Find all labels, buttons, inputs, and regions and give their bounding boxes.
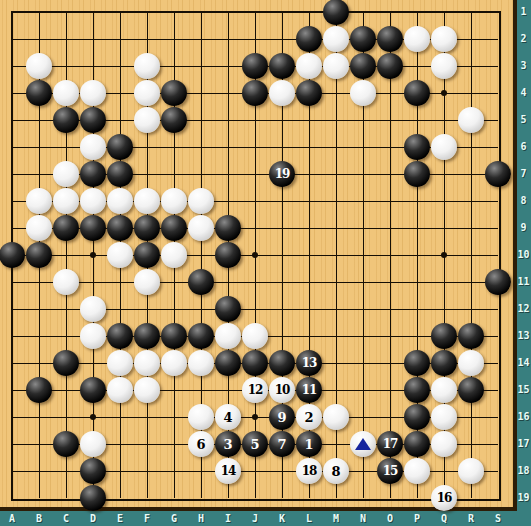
black-stone-D15[interactable] — [80, 377, 106, 403]
column-label-F: F — [139, 513, 155, 524]
black-stone-D9[interactable] — [80, 215, 106, 241]
white-stone-J15[interactable]: 12 — [242, 377, 268, 403]
white-stone-J13[interactable] — [242, 323, 268, 349]
black-stone-O2[interactable] — [377, 26, 403, 52]
hoshi-point — [441, 252, 447, 258]
white-stone-B8[interactable] — [26, 188, 52, 214]
white-stone-Q6[interactable] — [431, 134, 457, 160]
column-label-P: P — [409, 513, 425, 524]
white-stone-D8[interactable] — [80, 188, 106, 214]
black-stone-E13[interactable] — [107, 323, 133, 349]
column-label-C: C — [58, 513, 74, 524]
white-stone-H9[interactable] — [188, 215, 214, 241]
row-label-11: 11 — [516, 276, 531, 287]
move-number-label: 9 — [277, 411, 286, 424]
black-stone-K7[interactable]: 19 — [269, 161, 295, 187]
black-stone-S11[interactable] — [485, 269, 511, 295]
move-number-label: 5 — [250, 438, 259, 451]
move-number-label: 15 — [383, 465, 398, 477]
black-stone-M1[interactable] — [323, 0, 349, 25]
row-label-15: 15 — [516, 384, 531, 395]
white-stone-Q3[interactable] — [431, 53, 457, 79]
white-stone-M3[interactable] — [323, 53, 349, 79]
row-label-12: 12 — [516, 303, 531, 314]
move-number-label: 12 — [248, 384, 263, 396]
move-number-label: 10 — [275, 384, 290, 396]
white-stone-F15[interactable] — [134, 377, 160, 403]
row-label-7: 7 — [516, 168, 531, 179]
white-stone-C8[interactable] — [53, 188, 79, 214]
black-stone-K17[interactable]: 7 — [269, 431, 295, 457]
black-stone-F9[interactable] — [134, 215, 160, 241]
white-stone-H14[interactable] — [188, 350, 214, 376]
white-stone-Q2[interactable] — [431, 26, 457, 52]
black-stone-J4[interactable] — [242, 80, 268, 106]
column-label-I: I — [220, 513, 236, 524]
black-stone-N2[interactable] — [350, 26, 376, 52]
white-stone-E8[interactable] — [107, 188, 133, 214]
move-number-label: 1 — [304, 438, 313, 451]
white-stone-Q16[interactable] — [431, 404, 457, 430]
black-stone-H11[interactable] — [188, 269, 214, 295]
white-stone-N4[interactable] — [350, 80, 376, 106]
row-label-1: 1 — [516, 6, 531, 17]
white-stone-F11[interactable] — [134, 269, 160, 295]
move-number-label: 11 — [302, 384, 317, 396]
row-label-5: 5 — [516, 114, 531, 125]
black-stone-O17[interactable]: 17 — [377, 431, 403, 457]
black-stone-G9[interactable] — [161, 215, 187, 241]
column-label-H: H — [193, 513, 209, 524]
white-stone-N17[interactable] — [350, 431, 376, 457]
move-number-label: 7 — [277, 438, 286, 451]
move-number-label: 14 — [221, 465, 236, 477]
column-label-E: E — [112, 513, 128, 524]
black-stone-L14[interactable]: 13 — [296, 350, 322, 376]
white-stone-E15[interactable] — [107, 377, 133, 403]
row-label-14: 14 — [516, 357, 531, 368]
column-label-A: A — [4, 513, 20, 524]
white-stone-D6[interactable] — [80, 134, 106, 160]
black-stone-E9[interactable] — [107, 215, 133, 241]
white-stone-H8[interactable] — [188, 188, 214, 214]
black-stone-I17[interactable]: 3 — [215, 431, 241, 457]
white-stone-C11[interactable] — [53, 269, 79, 295]
row-label-19: 19 — [516, 492, 531, 503]
black-stone-B10[interactable] — [26, 242, 52, 268]
move-number-label: 6 — [196, 438, 205, 451]
row-label-4: 4 — [516, 87, 531, 98]
white-stone-F3[interactable] — [134, 53, 160, 79]
black-stone-P6[interactable] — [404, 134, 430, 160]
white-stone-M2[interactable] — [323, 26, 349, 52]
grid-line-horizontal — [12, 282, 498, 283]
move-number-label: 2 — [304, 411, 313, 424]
black-stone-L2[interactable] — [296, 26, 322, 52]
black-stone-J17[interactable]: 5 — [242, 431, 268, 457]
black-stone-P14[interactable] — [404, 350, 430, 376]
black-stone-J14[interactable] — [242, 350, 268, 376]
white-stone-G14[interactable] — [161, 350, 187, 376]
black-stone-H13[interactable] — [188, 323, 214, 349]
black-stone-P7[interactable] — [404, 161, 430, 187]
black-stone-C9[interactable] — [53, 215, 79, 241]
black-stone-I10[interactable] — [215, 242, 241, 268]
white-stone-F5[interactable] — [134, 107, 160, 133]
black-stone-Q14[interactable] — [431, 350, 457, 376]
black-stone-K3[interactable] — [269, 53, 295, 79]
white-stone-Q17[interactable] — [431, 431, 457, 457]
black-stone-L15[interactable]: 11 — [296, 377, 322, 403]
row-label-18: 18 — [516, 465, 531, 476]
white-stone-L3[interactable] — [296, 53, 322, 79]
go-board[interactable]: 19131210114926357117141881516 — [0, 0, 517, 511]
move-number-label: 13 — [302, 357, 317, 369]
black-stone-F13[interactable] — [134, 323, 160, 349]
black-stone-R15[interactable] — [458, 377, 484, 403]
white-stone-F8[interactable] — [134, 188, 160, 214]
black-stone-G5[interactable] — [161, 107, 187, 133]
black-stone-I9[interactable] — [215, 215, 241, 241]
row-label-10: 10 — [516, 249, 531, 260]
white-stone-B3[interactable] — [26, 53, 52, 79]
row-label-17: 17 — [516, 438, 531, 449]
black-stone-L17[interactable]: 1 — [296, 431, 322, 457]
white-stone-I18[interactable]: 14 — [215, 458, 241, 484]
white-stone-E14[interactable] — [107, 350, 133, 376]
white-stone-H17[interactable]: 6 — [188, 431, 214, 457]
white-stone-K4[interactable] — [269, 80, 295, 106]
grid-line-vertical — [471, 12, 472, 498]
column-label-L: L — [301, 513, 317, 524]
white-stone-R14[interactable] — [458, 350, 484, 376]
hoshi-point — [252, 252, 258, 258]
white-stone-E10[interactable] — [107, 242, 133, 268]
black-stone-G4[interactable] — [161, 80, 187, 106]
move-number-label: 17 — [383, 438, 398, 450]
row-label-13: 13 — [516, 330, 531, 341]
white-stone-B9[interactable] — [26, 215, 52, 241]
black-stone-I14[interactable] — [215, 350, 241, 376]
white-stone-H16[interactable] — [188, 404, 214, 430]
black-stone-N3[interactable] — [350, 53, 376, 79]
white-stone-F14[interactable] — [134, 350, 160, 376]
black-stone-E7[interactable] — [107, 161, 133, 187]
row-label-3: 3 — [516, 60, 531, 71]
black-stone-I12[interactable] — [215, 296, 241, 322]
column-label-K: K — [274, 513, 290, 524]
black-stone-K16[interactable]: 9 — [269, 404, 295, 430]
hoshi-point — [252, 414, 258, 420]
column-label-S: S — [490, 513, 506, 524]
black-stone-B15[interactable] — [26, 377, 52, 403]
black-stone-S7[interactable] — [485, 161, 511, 187]
move-number-label: 18 — [302, 465, 317, 477]
black-stone-R13[interactable] — [458, 323, 484, 349]
black-stone-C14[interactable] — [53, 350, 79, 376]
move-number-label: 19 — [275, 168, 290, 180]
hoshi-point — [441, 90, 447, 96]
column-label-Q: Q — [436, 513, 452, 524]
black-stone-O3[interactable] — [377, 53, 403, 79]
column-label-O: O — [382, 513, 398, 524]
row-label-6: 6 — [516, 141, 531, 152]
white-stone-R18[interactable] — [458, 458, 484, 484]
black-stone-P4[interactable] — [404, 80, 430, 106]
black-stone-P17[interactable] — [404, 431, 430, 457]
move-number-label: 16 — [437, 492, 452, 504]
row-label-16: 16 — [516, 411, 531, 422]
black-stone-J3[interactable] — [242, 53, 268, 79]
white-stone-I16[interactable]: 4 — [215, 404, 241, 430]
column-label-G: G — [166, 513, 182, 524]
white-stone-Q15[interactable] — [431, 377, 457, 403]
white-stone-M18[interactable]: 8 — [323, 458, 349, 484]
black-stone-F10[interactable] — [134, 242, 160, 268]
black-stone-D7[interactable] — [80, 161, 106, 187]
white-stone-P18[interactable] — [404, 458, 430, 484]
white-stone-P2[interactable] — [404, 26, 430, 52]
white-stone-F4[interactable] — [134, 80, 160, 106]
column-label-M: M — [328, 513, 344, 524]
black-stone-P15[interactable] — [404, 377, 430, 403]
hoshi-point — [90, 252, 96, 258]
column-label-B: B — [31, 513, 47, 524]
column-label-R: R — [463, 513, 479, 524]
column-label-J: J — [247, 513, 263, 524]
black-stone-D18[interactable] — [80, 458, 106, 484]
move-number-label: 8 — [331, 465, 340, 478]
white-stone-R5[interactable] — [458, 107, 484, 133]
row-label-9: 9 — [516, 222, 531, 233]
white-stone-K15[interactable]: 10 — [269, 377, 295, 403]
row-label-8: 8 — [516, 195, 531, 206]
move-number-label: 4 — [223, 411, 232, 424]
black-stone-O18[interactable]: 15 — [377, 458, 403, 484]
move-number-label: 3 — [223, 438, 232, 451]
go-diagram-screen: 19131210114926357117141881516 ABCDEFGHIJ… — [0, 0, 531, 526]
white-stone-I13[interactable] — [215, 323, 241, 349]
black-stone-K14[interactable] — [269, 350, 295, 376]
black-stone-G13[interactable] — [161, 323, 187, 349]
triangle-marker-icon — [355, 438, 371, 450]
black-stone-C5[interactable] — [53, 107, 79, 133]
hoshi-point — [90, 414, 96, 420]
black-stone-P16[interactable] — [404, 404, 430, 430]
black-stone-L4[interactable] — [296, 80, 322, 106]
white-stone-D4[interactable] — [80, 80, 106, 106]
black-stone-Q13[interactable] — [431, 323, 457, 349]
white-stone-D13[interactable] — [80, 323, 106, 349]
white-stone-D17[interactable] — [80, 431, 106, 457]
black-stone-E6[interactable] — [107, 134, 133, 160]
white-stone-D12[interactable] — [80, 296, 106, 322]
column-label-N: N — [355, 513, 371, 524]
black-stone-A10[interactable] — [0, 242, 25, 268]
white-stone-L16[interactable]: 2 — [296, 404, 322, 430]
black-stone-C17[interactable] — [53, 431, 79, 457]
white-stone-M16[interactable] — [323, 404, 349, 430]
grid-line-vertical — [390, 12, 391, 498]
black-stone-D5[interactable] — [80, 107, 106, 133]
black-stone-D19[interactable] — [80, 485, 106, 511]
row-label-2: 2 — [516, 33, 531, 44]
white-stone-C4[interactable] — [53, 80, 79, 106]
white-stone-L18[interactable]: 18 — [296, 458, 322, 484]
white-stone-Q19[interactable]: 16 — [431, 485, 457, 511]
white-stone-G10[interactable] — [161, 242, 187, 268]
column-label-D: D — [85, 513, 101, 524]
white-stone-C7[interactable] — [53, 161, 79, 187]
white-stone-G8[interactable] — [161, 188, 187, 214]
black-stone-B4[interactable] — [26, 80, 52, 106]
